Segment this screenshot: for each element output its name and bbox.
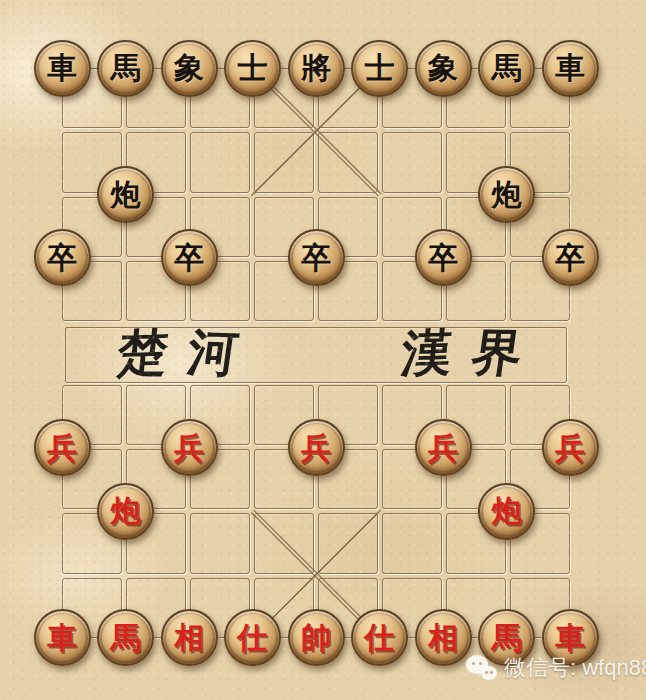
piece-black-soldier[interactable]: 卒 [542,229,599,286]
piece-black-chariot[interactable]: 車 [542,40,599,97]
piece-character: 仕 [238,623,268,653]
piece-red-elephant[interactable]: 相 [415,609,472,666]
piece-red-horse[interactable]: 馬 [97,609,154,666]
piece-character: 車 [47,623,77,653]
piece-black-soldier[interactable]: 卒 [34,229,91,286]
piece-red-advisor[interactable]: 仕 [351,609,408,666]
piece-character: 士 [238,53,268,83]
piece-red-soldier[interactable]: 兵 [288,419,345,476]
piece-character: 卒 [555,243,585,273]
piece-character: 兵 [47,433,77,463]
piece-black-cannon[interactable]: 炮 [478,166,535,223]
piece-character: 馬 [111,53,141,83]
piece-character: 馬 [111,623,141,653]
piece-character: 炮 [111,496,141,526]
piece-black-elephant[interactable]: 象 [415,40,472,97]
piece-black-advisor[interactable]: 士 [224,40,281,97]
piece-red-chariot[interactable]: 車 [34,609,91,666]
piece-character: 兵 [301,433,331,463]
piece-character: 卒 [47,243,77,273]
piece-red-soldier[interactable]: 兵 [415,419,472,476]
watermark: 微信号: wfqn888 [466,651,646,684]
piece-black-cannon[interactable]: 炮 [97,166,154,223]
piece-character: 仕 [365,623,395,653]
piece-red-elephant[interactable]: 相 [161,609,218,666]
piece-character: 兵 [428,433,458,463]
piece-character: 炮 [492,496,522,526]
piece-black-soldier[interactable]: 卒 [415,229,472,286]
piece-character: 卒 [301,243,331,273]
piece-character: 卒 [428,243,458,273]
xiangqi-diagram: 楚 河 漢 界 車馬象士將士象馬車炮炮卒卒卒卒卒兵兵兵兵兵炮炮車馬相仕帥仕相馬車… [0,0,646,700]
piece-red-soldier[interactable]: 兵 [542,419,599,476]
wechat-bubble-small [481,666,497,680]
piece-black-soldier[interactable]: 卒 [161,229,218,286]
piece-black-soldier[interactable]: 卒 [288,229,345,286]
piece-black-elephant[interactable]: 象 [161,40,218,97]
piece-red-general[interactable]: 帥 [288,609,345,666]
piece-character: 卒 [174,243,204,273]
piece-character: 象 [428,53,458,83]
piece-character: 相 [428,623,458,653]
piece-character: 兵 [555,433,585,463]
piece-character: 帥 [301,623,331,653]
piece-red-cannon[interactable]: 炮 [97,483,154,540]
piece-character: 相 [174,623,204,653]
piece-character: 兵 [174,433,204,463]
piece-red-soldier[interactable]: 兵 [161,419,218,476]
piece-character: 馬 [492,623,522,653]
piece-character: 車 [555,623,585,653]
piece-black-general[interactable]: 將 [288,40,345,97]
piece-red-advisor[interactable]: 仕 [224,609,281,666]
piece-character: 車 [47,53,77,83]
piece-character: 象 [174,53,204,83]
pieces-layer: 車馬象士將士象馬車炮炮卒卒卒卒卒兵兵兵兵兵炮炮車馬相仕帥仕相馬車 [62,68,570,638]
piece-character: 車 [555,53,585,83]
piece-red-cannon[interactable]: 炮 [478,483,535,540]
wechat-icon [466,651,499,684]
piece-black-advisor[interactable]: 士 [351,40,408,97]
piece-red-soldier[interactable]: 兵 [34,419,91,476]
piece-character: 炮 [111,180,141,210]
board: 楚 河 漢 界 車馬象士將士象馬車炮炮卒卒卒卒卒兵兵兵兵兵炮炮車馬相仕帥仕相馬車 [62,68,570,638]
piece-character: 炮 [492,180,522,210]
piece-character: 士 [365,53,395,83]
watermark-text: 微信号: wfqn888 [504,653,646,683]
piece-black-horse[interactable]: 馬 [478,40,535,97]
piece-character: 將 [301,53,331,83]
piece-black-chariot[interactable]: 車 [34,40,91,97]
piece-character: 馬 [492,53,522,83]
piece-black-horse[interactable]: 馬 [97,40,154,97]
